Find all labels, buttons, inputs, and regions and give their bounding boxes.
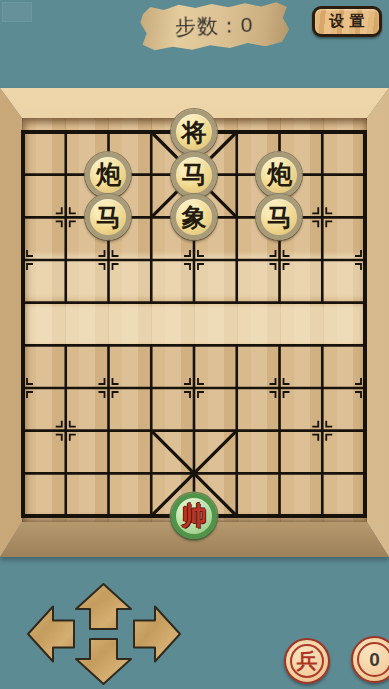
xiangqi-board: 将炮马炮马象马帅: [0, 88, 389, 557]
piece-layer: 将炮马炮马象马帅: [2, 111, 387, 538]
black-horse-center[interactable]: 马: [171, 152, 217, 198]
settings-button-label: 设置: [330, 12, 370, 31]
screen-corner-glint: [2, 2, 32, 22]
soldier-token[interactable]: 兵: [284, 638, 330, 684]
settings-button[interactable]: 设置: [312, 6, 382, 37]
black-elephant[interactable]: 象: [171, 194, 217, 240]
black-cannon-right[interactable]: 炮: [256, 152, 302, 198]
steps-banner: 步数：0: [138, 0, 290, 53]
steps-label: 步数：: [174, 11, 241, 41]
soldier-count-token: 0: [351, 636, 389, 683]
arrow-right-button[interactable]: [134, 607, 180, 662]
steps-value: 0: [240, 13, 254, 37]
soldier-token-glyph: 兵: [297, 647, 318, 675]
soldier-count-value: 0: [369, 649, 380, 671]
black-horse-left[interactable]: 马: [85, 194, 131, 240]
arrow-down-button[interactable]: [76, 639, 131, 684]
black-cannon-left[interactable]: 炮: [85, 152, 131, 198]
black-horse-right[interactable]: 马: [256, 194, 302, 240]
move-arrows-pad: [0, 575, 200, 689]
black-general[interactable]: 将: [171, 109, 217, 155]
red-general[interactable]: 帅: [171, 493, 217, 539]
arrow-up-button[interactable]: [76, 584, 131, 629]
arrow-left-button[interactable]: [28, 607, 74, 662]
